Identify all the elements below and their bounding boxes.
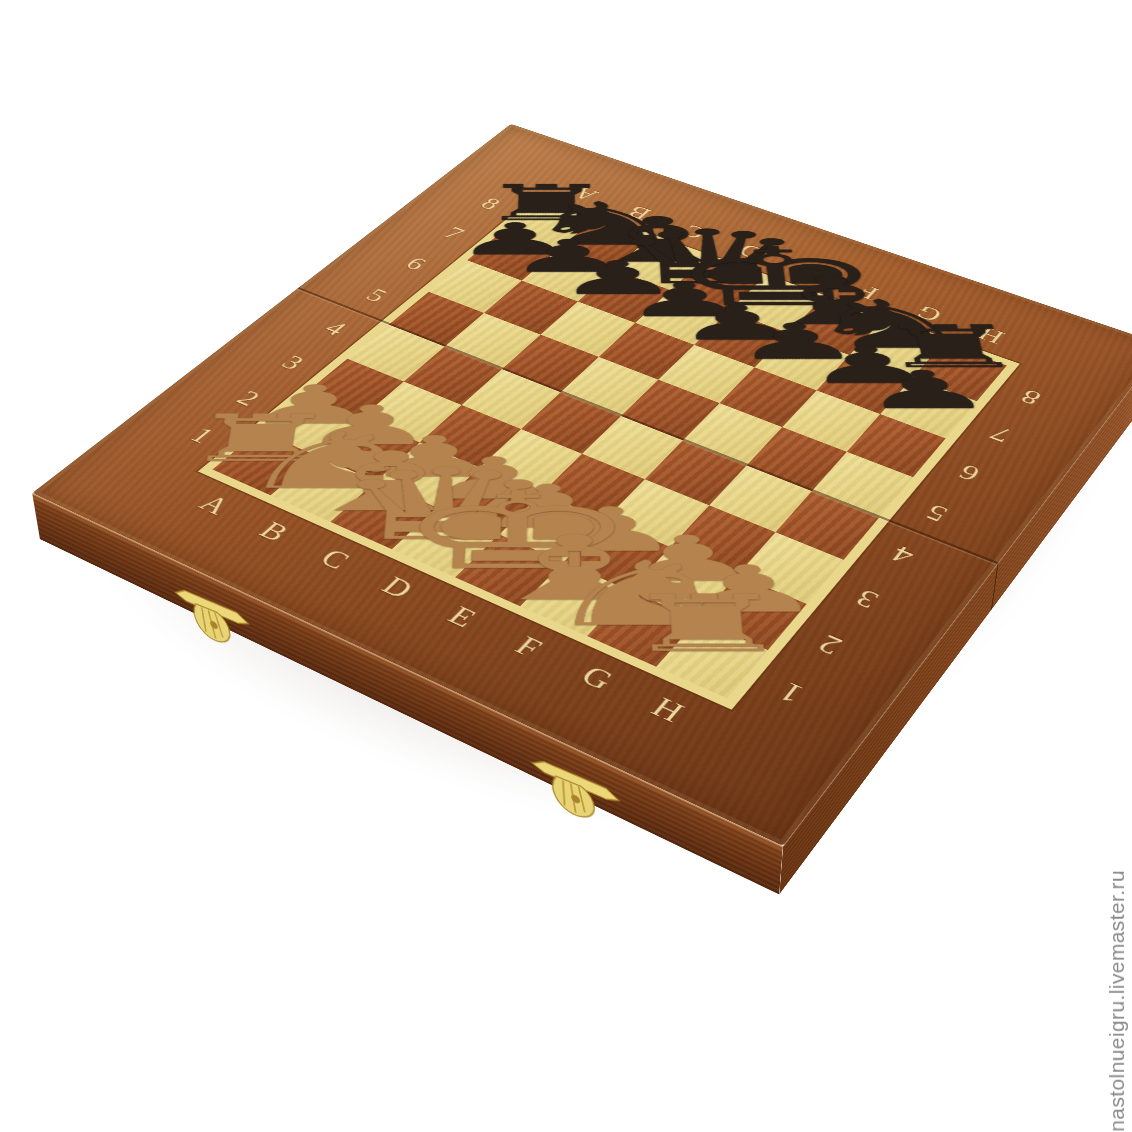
square-h3 xyxy=(738,532,844,604)
perspective-scene: AABBCCDDEEFFGGHH8877665544332211 ♜♞♝♛♚♝♞… xyxy=(0,0,1132,1132)
file-label-near-g: G xyxy=(550,649,644,707)
pieces-layer: ♜♞♝♛♚♝♞♜♟♟♟♟♟♟♟♟♟♟♟♟♟♟♟♟♜♞♝♛♚♝♞♜ xyxy=(32,124,1132,846)
rank-label-right-1: 1 xyxy=(747,659,834,729)
file-label-near-d: D xyxy=(353,561,443,614)
square-h4 xyxy=(776,491,880,560)
rank-label-right-2: 2 xyxy=(788,612,872,678)
photo-stage: AABBCCDDEEFFGGHH8877665544332211 ♜♞♝♛♚♝♞… xyxy=(0,0,1132,1132)
file-label-near-f: F xyxy=(483,619,576,676)
square-g3 xyxy=(670,505,775,575)
file-label-near-c: C xyxy=(291,533,379,585)
file-label-near-h: H xyxy=(620,680,716,740)
square-h5 xyxy=(812,452,913,518)
square-h2 xyxy=(698,575,807,650)
square-g2 xyxy=(630,547,738,620)
file-label-near-b: B xyxy=(231,507,318,557)
board-top-face: AABBCCDDEEFFGGHH8877665544332211 ♜♞♝♛♚♝♞… xyxy=(32,124,1132,846)
square-f2 xyxy=(564,520,671,591)
watermark-text: nastolnueigru.livemaster.ru xyxy=(1105,870,1129,1132)
rank-label-right-6: 6 xyxy=(932,445,1007,501)
rank-label-right-4: 4 xyxy=(863,525,942,586)
rank-label-right-3: 3 xyxy=(826,568,908,631)
file-label-near-e: E xyxy=(417,590,508,645)
square-e1 xyxy=(455,534,563,606)
rank-label-right-5: 5 xyxy=(898,484,975,542)
white-rook-glyph: ♜ xyxy=(483,480,935,679)
square-h6 xyxy=(847,414,946,477)
chess-board-box: AABBCCDDEEFFGGHH8877665544332211 ♜♞♝♛♚♝♞… xyxy=(32,124,1132,846)
square-g5 xyxy=(747,427,847,491)
square-h1 xyxy=(656,620,768,698)
fold-seam-side xyxy=(991,562,999,610)
square-g1 xyxy=(587,591,698,667)
square-f1 xyxy=(520,562,630,636)
